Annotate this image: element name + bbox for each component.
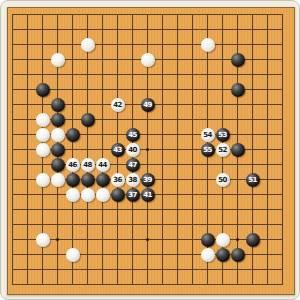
move-number-label: 42: [113, 98, 122, 112]
stone-black-move-47: 47: [126, 158, 140, 172]
stone-white: [201, 248, 215, 262]
move-number-label: 44: [98, 158, 107, 172]
move-number-label: 51: [248, 173, 257, 187]
stone-black: [36, 83, 50, 97]
star-point: [56, 238, 59, 241]
stone-white: [51, 128, 65, 142]
move-number-label: 45: [128, 128, 137, 142]
move-number-label: 54: [203, 128, 212, 142]
stone-white-move-52: 52: [216, 143, 230, 157]
stone-white: [81, 188, 95, 202]
stone-white: [201, 38, 215, 52]
star-point: [146, 148, 149, 151]
stone-white: [66, 188, 80, 202]
stone-white: [141, 53, 155, 67]
go-diagram-frame: 4249455453434055524648444736383950513741: [0, 0, 300, 300]
star-point: [146, 238, 149, 241]
stone-black: [66, 128, 80, 142]
move-number-label: 48: [83, 158, 92, 172]
stone-black-move-43: 43: [111, 143, 125, 157]
stone-black-move-45: 45: [126, 128, 140, 142]
stone-black-move-39: 39: [141, 173, 155, 187]
star-point: [236, 238, 239, 241]
stone-black-move-51: 51: [246, 173, 260, 187]
stone-black: [51, 143, 65, 157]
move-number-label: 49: [143, 98, 152, 112]
stone-black: [231, 143, 245, 157]
stone-black: [66, 173, 80, 187]
stone-black-move-55: 55: [201, 143, 215, 157]
stone-white-move-40: 40: [126, 143, 140, 157]
stone-white-move-36: 36: [111, 173, 125, 187]
stone-black: [231, 248, 245, 262]
move-number-label: 50: [218, 173, 227, 187]
stone-black: [246, 233, 260, 247]
stone-white: [51, 53, 65, 67]
stone-black: [231, 53, 245, 67]
stone-white-move-46: 46: [66, 158, 80, 172]
move-number-label: 52: [218, 143, 227, 157]
move-number-label: 37: [128, 188, 137, 202]
stone-white: [51, 173, 65, 187]
stone-white: [81, 38, 95, 52]
stone-white: [66, 248, 80, 262]
move-number-label: 53: [218, 128, 227, 142]
stone-white: [96, 188, 110, 202]
stone-white: [216, 233, 230, 247]
move-number-label: 43: [113, 143, 122, 157]
stone-white-move-42: 42: [111, 98, 125, 112]
stone-black-move-49: 49: [141, 98, 155, 112]
stone-white-move-48: 48: [81, 158, 95, 172]
move-number-label: 46: [68, 158, 77, 172]
stone-white-move-38: 38: [126, 173, 140, 187]
stone-black: [216, 248, 230, 262]
goban[interactable]: 4249455453434055524648444736383950513741: [7, 7, 295, 295]
move-number-label: 47: [128, 158, 137, 172]
stone-black: [81, 173, 95, 187]
stone-black-move-37: 37: [126, 188, 140, 202]
stone-white-move-44: 44: [96, 158, 110, 172]
stone-white: [36, 128, 50, 142]
stone-white: [36, 173, 50, 187]
move-number-label: 55: [203, 143, 212, 157]
stone-black-move-53: 53: [216, 128, 230, 142]
stone-black-move-41: 41: [141, 188, 155, 202]
stone-white-move-54: 54: [201, 128, 215, 142]
move-number-label: 41: [143, 188, 152, 202]
stone-white-move-50: 50: [216, 173, 230, 187]
stone-black: [231, 83, 245, 97]
stone-white: [36, 143, 50, 157]
stone-white: [36, 113, 50, 127]
stone-black: [51, 113, 65, 127]
stone-black: [51, 98, 65, 112]
stone-black: [51, 158, 65, 172]
stone-black: [81, 113, 95, 127]
stone-black: [111, 188, 125, 202]
stone-black: [96, 173, 110, 187]
move-number-label: 36: [113, 173, 122, 187]
move-number-label: 39: [143, 173, 152, 187]
move-number-label: 38: [128, 173, 137, 187]
move-number-label: 40: [128, 143, 137, 157]
stone-black: [201, 233, 215, 247]
stone-white: [36, 233, 50, 247]
